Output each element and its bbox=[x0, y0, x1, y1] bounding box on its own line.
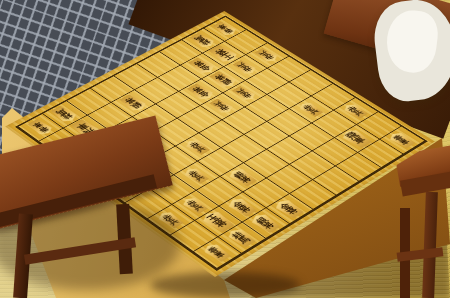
piece-kanji: 兵 bbox=[352, 109, 364, 116]
board-corner-shadow bbox=[150, 272, 300, 298]
shogi-piece-sente-7i[interactable]: 銀将 bbox=[247, 211, 284, 235]
shogi-piece-gote-6b[interactable]: 銀将 bbox=[115, 93, 150, 114]
shogi-piece-sente-8i[interactable]: 桂馬 bbox=[223, 226, 259, 249]
shogi-piece-sente-9i[interactable]: 香車 bbox=[199, 241, 234, 264]
piece-kanji: 兵 bbox=[193, 174, 206, 182]
piece-kanji: 将 bbox=[238, 205, 252, 214]
shogi-piece-gote-3c[interactable]: 銀将 bbox=[205, 69, 239, 90]
shogi-piece-gote-3b[interactable]: 金将 bbox=[184, 56, 218, 76]
shogi-piece-sente-2h[interactable]: 飛車 bbox=[337, 127, 375, 151]
piece-kanji: 将 bbox=[214, 219, 230, 229]
piece-kanji: 車 bbox=[213, 250, 226, 259]
shogi-piece-gote-9a[interactable]: 香車 bbox=[24, 117, 56, 137]
piece-kanji: 兵 bbox=[191, 203, 204, 211]
shogi-piece-sente-6e[interactable]: 歩兵 bbox=[182, 137, 213, 157]
shogi-piece-gote-2b[interactable]: 王将 bbox=[205, 43, 243, 65]
shogi-piece-gote-2c[interactable]: 歩兵 bbox=[230, 59, 260, 77]
shogi-piece-gote-3d[interactable]: 歩兵 bbox=[229, 84, 259, 102]
piece-kanji: 兵 bbox=[308, 108, 320, 115]
shogi-piece-sente-1g[interactable]: 歩兵 bbox=[340, 102, 371, 121]
piece-kanji: 車 bbox=[399, 138, 411, 146]
shogi-piece-sente-6g[interactable]: 銀将 bbox=[224, 166, 260, 189]
shogi-piece-gote-2a[interactable]: 桂馬 bbox=[186, 31, 218, 50]
shogi-piece-gote-4d[interactable]: 歩兵 bbox=[206, 97, 237, 116]
scene: 香車桂馬桂馬香車飛車銀将金将王将歩兵歩兵金将銀将歩兵歩兵歩兵歩兵歩兵歩兵歩兵歩兵… bbox=[0, 0, 450, 298]
shogi-piece-gote-1c[interactable]: 歩兵 bbox=[252, 47, 282, 65]
shogi-piece-gote-4c[interactable]: 金将 bbox=[183, 82, 217, 103]
shogi-piece-sente-7f[interactable]: 歩兵 bbox=[180, 166, 212, 186]
shogi-piece-sente-2f[interactable]: 歩兵 bbox=[295, 100, 326, 119]
shogi-piece-sente-8g[interactable]: 歩兵 bbox=[179, 195, 211, 216]
piece-kanji: 将 bbox=[261, 221, 275, 230]
shogi-piece-sente-8h[interactable]: 玉将 bbox=[197, 208, 238, 235]
piece-kanji: 将 bbox=[239, 175, 253, 184]
piece-kanji: 馬 bbox=[237, 235, 251, 244]
shogi-piece-gote-8a[interactable]: 桂馬 bbox=[47, 104, 80, 125]
shogi-piece-gote-1a[interactable]: 香車 bbox=[209, 20, 240, 38]
shogi-piece-sente-7h[interactable]: 金将 bbox=[223, 195, 260, 219]
shogi-piece-sente-1i[interactable]: 香車 bbox=[385, 130, 418, 150]
piece-kanji: 将 bbox=[285, 206, 299, 215]
piece-kanji: 車 bbox=[353, 136, 368, 145]
piece-kanji: 兵 bbox=[194, 145, 206, 153]
shogi-piece-sente-6i[interactable]: 金将 bbox=[270, 197, 307, 221]
